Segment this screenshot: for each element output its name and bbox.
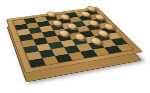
- board-scene: [0, 0, 143, 93]
- square-h1[interactable]: [116, 44, 133, 52]
- checkers-board: [6, 7, 143, 73]
- photo-backdrop: [0, 0, 150, 93]
- checker-piece-light[interactable]: [86, 6, 98, 12]
- checker-piece-light[interactable]: [93, 14, 106, 20]
- checker-piece-light[interactable]: [102, 23, 116, 30]
- square-f1[interactable]: [92, 47, 109, 56]
- square-d3[interactable]: [60, 39, 76, 47]
